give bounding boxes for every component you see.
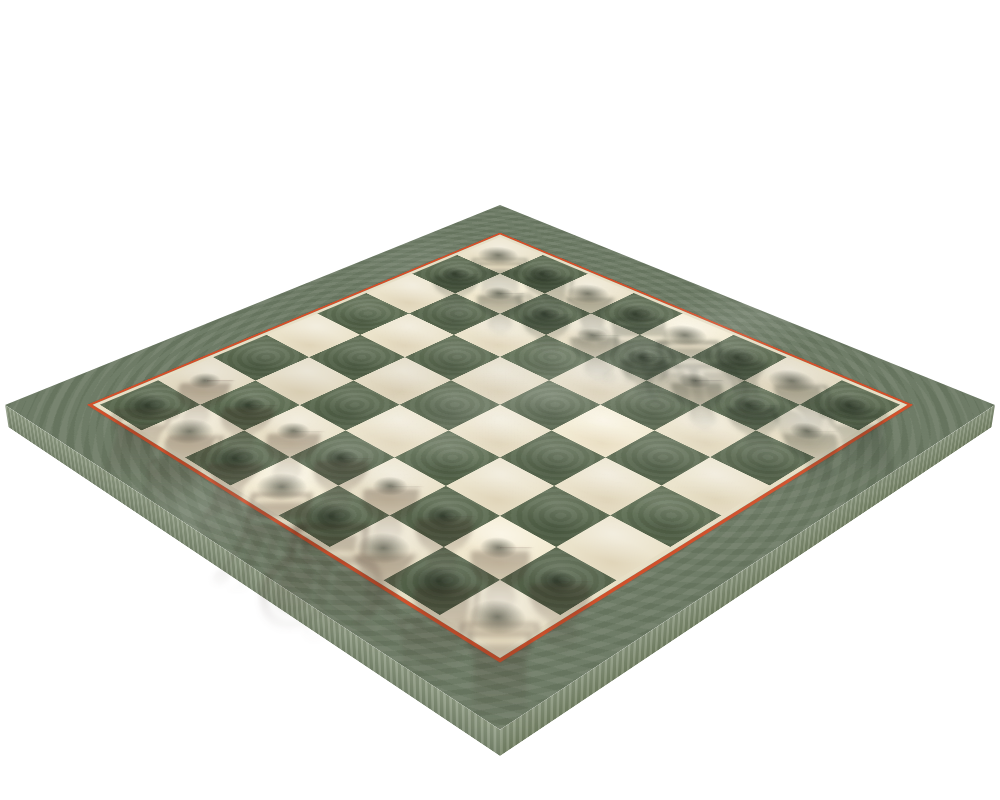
photo-background: ♜♜♞♞♝♝♛♛♚♚♝♝♞♞♜♜♟♟♟♟♟♟♟♟♟♟♟♟♟♟♟♟♟♟♟♟♟♟♟♟… [0,0,1000,800]
chess-board: ♜♜♞♞♝♝♛♛♚♚♝♝♞♞♜♜♟♟♟♟♟♟♟♟♟♟♟♟♟♟♟♟♟♟♟♟♟♟♟♟… [5,205,995,730]
perspective-scene: ♜♜♞♞♝♝♛♛♚♚♝♝♞♞♜♜♟♟♟♟♟♟♟♟♟♟♟♟♟♟♟♟♟♟♟♟♟♟♟♟… [0,0,1000,800]
